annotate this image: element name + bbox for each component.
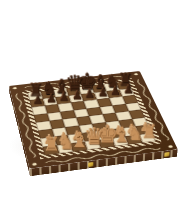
brass-clasp-right — [164, 152, 169, 156]
chess-board: ♜♞♝♛♚♝♞♜♟♟♟♟♟♟♟♟♟♟♟♟♟♟♟♟♜♞♝♛♚♝♞♜ — [9, 71, 178, 169]
square-b5 — [47, 112, 63, 121]
frame-corner-ornament — [31, 162, 37, 166]
frame-corner-ornament — [167, 145, 174, 149]
board-grid: ♜♞♝♛♚♝♞♜♟♟♟♟♟♟♟♟♟♟♟♟♟♟♟♟♜♞♝♛♚♝♞♜ — [27, 81, 155, 155]
piece-black-pawn: ♟ — [23, 94, 52, 106]
product-photo: ♜♞♝♛♚♝♞♜♟♟♟♟♟♟♟♟♟♟♟♟♟♟♟♟♜♞♝♛♚♝♞♜ — [0, 0, 178, 222]
piece-white-rook: ♜ — [36, 135, 67, 154]
square-a1: ♜ — [42, 145, 59, 155]
frame-corner-ornament — [12, 87, 17, 90]
brass-clasp-left — [88, 162, 93, 166]
